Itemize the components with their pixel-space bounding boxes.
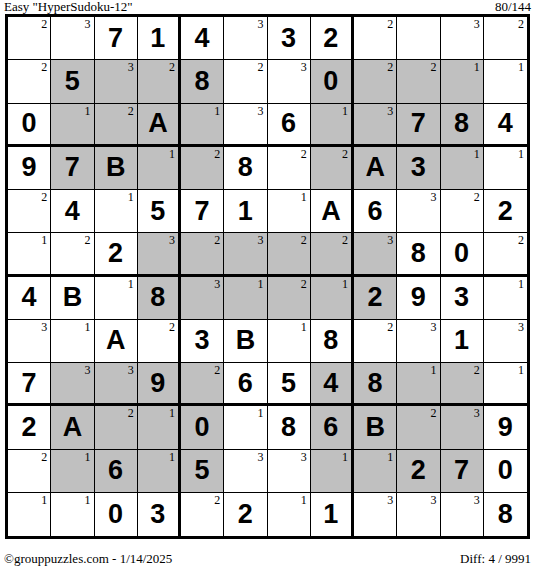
cell-value: 2	[238, 501, 253, 528]
cell-r4c6: 8	[224, 147, 267, 190]
corner-mark: 3	[258, 234, 264, 246]
cell-r7c1: 4	[8, 277, 51, 320]
cell-r9c9: 8	[354, 363, 397, 406]
corner-mark: 1	[258, 407, 264, 419]
corner-mark: 1	[85, 321, 91, 333]
corner-mark: 1	[301, 494, 307, 506]
cell-r12c3: 0	[95, 493, 138, 536]
corner-mark: 2	[41, 451, 47, 463]
cell-r9c4: 9	[138, 363, 181, 406]
cell-r1c8: 2	[311, 17, 354, 60]
cell-r12c4: 3	[138, 493, 181, 536]
corner-mark: 2	[128, 407, 134, 419]
cell-r2c11[interactable]: 1	[441, 60, 484, 103]
cell-value: 4	[323, 370, 338, 397]
cell-r4c4[interactable]: 1	[138, 147, 181, 190]
corner-mark: 3	[258, 451, 264, 463]
cell-r7c12[interactable]: 1	[484, 277, 527, 320]
cell-r7c2: B	[51, 277, 94, 320]
corner-mark: 3	[474, 18, 480, 30]
cell-r12c12: 8	[484, 493, 527, 536]
cell-r7c6[interactable]: 1	[224, 277, 267, 320]
corner-mark: 3	[41, 321, 47, 333]
corner-mark: 2	[301, 148, 307, 160]
corner-mark: 2	[85, 234, 91, 246]
corner-mark: 2	[301, 278, 307, 290]
cell-r11c2[interactable]: 1	[51, 450, 94, 493]
corner-mark: 1	[41, 494, 47, 506]
sudoku-board: 23714332232253282302211012A1361378497B12…	[5, 14, 530, 539]
cell-r12c5[interactable]: 2	[181, 493, 224, 536]
cell-value: 2	[498, 198, 513, 225]
cell-r1c12[interactable]: 2	[484, 17, 527, 60]
corner-mark: 2	[342, 234, 348, 246]
cell-value: 6	[238, 370, 253, 397]
cell-r11c11: 7	[441, 450, 484, 493]
cell-value: 3	[281, 25, 296, 52]
corner-mark: 2	[518, 234, 524, 246]
cell-r8c5: 3	[181, 320, 224, 363]
cell-r2c1[interactable]: 2	[8, 60, 51, 103]
footer: ©grouppuzzles.com - 1/14/2025 Diff: 4 / …	[4, 551, 531, 566]
cell-r8c3: A	[95, 320, 138, 363]
cell-value: 7	[195, 198, 210, 225]
cell-r4c2: 7	[51, 147, 94, 190]
cell-r11c7[interactable]: 3	[268, 450, 311, 493]
cell-value: 8	[323, 327, 338, 354]
cell-r4c7[interactable]: 2	[268, 147, 311, 190]
cell-r1c4: 1	[138, 17, 181, 60]
cell-value: 0	[498, 457, 513, 484]
cell-r8c2[interactable]: 1	[51, 320, 94, 363]
cell-r4c9: A	[354, 147, 397, 190]
cell-value: A	[365, 154, 385, 181]
corner-mark: 1	[41, 234, 47, 246]
cell-value: 5	[65, 68, 80, 95]
cell-value: A	[321, 198, 341, 225]
cell-r5c1[interactable]: 2	[8, 190, 51, 233]
cell-value: 8	[238, 154, 253, 181]
cell-r11c8[interactable]: 1	[311, 450, 354, 493]
cell-r6c3: 2	[95, 233, 138, 276]
cell-r4c3: B	[95, 147, 138, 190]
cell-value: 8	[411, 240, 426, 267]
cell-value: 7	[108, 25, 123, 52]
cell-r3c7: 6	[268, 104, 311, 147]
corner-mark: 2	[169, 61, 175, 73]
cell-r12c1[interactable]: 1	[8, 493, 51, 536]
corner-mark: 2	[41, 61, 47, 73]
cell-r6c2[interactable]: 2	[51, 233, 94, 276]
cell-r8c1[interactable]: 3	[8, 320, 51, 363]
puzzle-title: Easy "HyperSudoku-12"	[4, 0, 133, 13]
corner-mark: 1	[128, 191, 134, 203]
cell-r10c6[interactable]: 1	[224, 406, 267, 449]
corner-mark: 1	[301, 191, 307, 203]
cell-value: 7	[65, 154, 80, 181]
corner-mark: 1	[518, 364, 524, 376]
cell-r1c2[interactable]: 3	[51, 17, 94, 60]
cell-r3c2[interactable]: 1	[51, 104, 94, 147]
cell-r8c6: B	[224, 320, 267, 363]
cell-r6c6[interactable]: 3	[224, 233, 267, 276]
cell-value: 9	[498, 414, 513, 441]
cell-r3c6[interactable]: 3	[224, 104, 267, 147]
difficulty-label: Diff: 4 / 9991	[460, 551, 531, 566]
cell-value: 0	[195, 414, 210, 441]
cell-r8c4[interactable]: 2	[138, 320, 181, 363]
cell-value: 5	[195, 457, 210, 484]
corner-mark: 3	[387, 494, 393, 506]
cell-r12c10[interactable]: 3	[397, 493, 440, 536]
cell-value: 0	[454, 240, 469, 267]
corner-mark: 1	[214, 105, 220, 117]
cell-r10c7: 8	[268, 406, 311, 449]
cell-r1c1[interactable]: 2	[8, 17, 51, 60]
corner-mark: 1	[431, 364, 437, 376]
cell-r6c10: 8	[397, 233, 440, 276]
cell-r3c3[interactable]: 2	[95, 104, 138, 147]
cell-r6c11: 0	[441, 233, 484, 276]
copyright-date: ©grouppuzzles.com - 1/14/2025	[4, 551, 172, 566]
cell-r12c7[interactable]: 1	[268, 493, 311, 536]
corner-mark: 1	[258, 278, 264, 290]
cell-value: 9	[150, 370, 165, 397]
cell-value: 2	[22, 414, 37, 441]
corner-mark: 3	[169, 234, 175, 246]
cell-r4c12[interactable]: 1	[484, 147, 527, 190]
cell-r7c7[interactable]: 2	[268, 277, 311, 320]
corner-mark: 3	[128, 61, 134, 73]
cell-value: 0	[323, 68, 338, 95]
cell-r7c9: 2	[354, 277, 397, 320]
cell-value: A	[148, 110, 168, 137]
cell-r6c4[interactable]: 3	[138, 233, 181, 276]
corner-mark: 1	[85, 451, 91, 463]
cell-r3c10: 7	[397, 104, 440, 147]
cell-value: 8	[150, 284, 165, 311]
remaining-counter: 80/144	[495, 0, 531, 13]
header: Easy "HyperSudoku-12" 80/144	[4, 0, 531, 13]
corner-mark: 2	[387, 61, 393, 73]
cell-value: 4	[498, 110, 513, 137]
cell-r3c9[interactable]: 3	[354, 104, 397, 147]
cell-r10c3[interactable]: 2	[95, 406, 138, 449]
cell-r8c12[interactable]: 3	[484, 320, 527, 363]
corner-mark: 3	[214, 278, 220, 290]
cell-r10c9: B	[354, 406, 397, 449]
cell-r12c2[interactable]: 1	[51, 493, 94, 536]
corner-mark: 2	[41, 191, 47, 203]
cell-value: B	[236, 327, 256, 354]
corner-mark: 2	[301, 234, 307, 246]
corner-mark: 1	[342, 278, 348, 290]
cell-r3c11: 8	[441, 104, 484, 147]
corner-mark: 3	[474, 494, 480, 506]
cell-value: 6	[323, 414, 338, 441]
cell-r7c3[interactable]: 1	[95, 277, 138, 320]
corner-mark: 1	[301, 321, 307, 333]
corner-mark: 3	[431, 494, 437, 506]
cell-r5c5: 7	[181, 190, 224, 233]
cell-r9c12[interactable]: 1	[484, 363, 527, 406]
cell-r9c11[interactable]: 2	[441, 363, 484, 406]
cell-r5c9: 6	[354, 190, 397, 233]
corner-mark: 2	[342, 148, 348, 160]
cell-r5c11[interactable]: 2	[441, 190, 484, 233]
cell-r11c4[interactable]: 1	[138, 450, 181, 493]
cell-r2c9[interactable]: 2	[354, 60, 397, 103]
corner-mark: 2	[214, 234, 220, 246]
cell-r9c1: 7	[8, 363, 51, 406]
cell-r5c8: A	[311, 190, 354, 233]
cell-r11c3: 6	[95, 450, 138, 493]
corner-mark: 2	[387, 321, 393, 333]
cell-r1c10[interactable]	[397, 17, 440, 60]
cell-value: 2	[411, 457, 426, 484]
corner-mark: 2	[258, 61, 264, 73]
corner-mark: 2	[214, 148, 220, 160]
cell-r6c9[interactable]: 3	[354, 233, 397, 276]
cell-r9c2[interactable]: 3	[51, 363, 94, 406]
cell-value: 6	[108, 457, 123, 484]
corner-mark: 2	[169, 321, 175, 333]
cell-value: 2	[323, 25, 338, 52]
cell-r10c10[interactable]: 2	[397, 406, 440, 449]
cell-r11c1[interactable]: 2	[8, 450, 51, 493]
cell-value: 3	[195, 327, 210, 354]
corner-mark: 3	[301, 451, 307, 463]
corner-mark: 1	[169, 148, 175, 160]
cell-r9c7: 5	[268, 363, 311, 406]
cell-r2c3[interactable]: 3	[95, 60, 138, 103]
cell-r1c5: 4	[181, 17, 224, 60]
cell-r5c7[interactable]: 1	[268, 190, 311, 233]
corner-mark: 1	[518, 61, 524, 73]
corner-mark: 3	[85, 18, 91, 30]
cell-r11c12: 0	[484, 450, 527, 493]
cell-r12c6: 2	[224, 493, 267, 536]
corner-mark: 2	[431, 407, 437, 419]
cell-value: 0	[108, 501, 123, 528]
cell-value: 3	[411, 154, 426, 181]
cell-value: 9	[22, 154, 37, 181]
cell-r8c7[interactable]: 1	[268, 320, 311, 363]
cell-r10c1: 2	[8, 406, 51, 449]
cell-r3c12: 4	[484, 104, 527, 147]
cell-r2c2: 5	[51, 60, 94, 103]
cell-r1c7: 3	[268, 17, 311, 60]
cell-r5c12: 2	[484, 190, 527, 233]
cell-r10c5: 0	[181, 406, 224, 449]
cell-r1c6[interactable]: 3	[224, 17, 267, 60]
cell-value: 5	[150, 198, 165, 225]
cell-r5c6: 1	[224, 190, 267, 233]
cell-r2c7[interactable]: 3	[268, 60, 311, 103]
corner-mark: 1	[474, 148, 480, 160]
corner-mark: 3	[431, 321, 437, 333]
cell-value: 8	[368, 370, 383, 397]
corner-mark: 2	[431, 61, 437, 73]
cell-value: 1	[150, 25, 165, 52]
cell-r7c5[interactable]: 3	[181, 277, 224, 320]
cell-r12c8: 1	[311, 493, 354, 536]
cell-value: 1	[323, 501, 338, 528]
corner-mark: 3	[128, 364, 134, 376]
cell-value: 2	[368, 284, 383, 311]
corner-mark: 3	[387, 105, 393, 117]
cell-value: 4	[22, 284, 37, 311]
cell-r6c5[interactable]: 2	[181, 233, 224, 276]
cell-r4c5[interactable]: 2	[181, 147, 224, 190]
corner-mark: 2	[518, 18, 524, 30]
corner-mark: 1	[85, 494, 91, 506]
cell-r6c12[interactable]: 2	[484, 233, 527, 276]
corner-mark: 3	[301, 61, 307, 73]
cell-r6c8[interactable]: 2	[311, 233, 354, 276]
cell-r2c4[interactable]: 2	[138, 60, 181, 103]
cell-value: 7	[22, 370, 37, 397]
cell-value: 6	[281, 110, 296, 137]
cell-value: 0	[22, 110, 37, 137]
cell-r10c2: A	[51, 406, 94, 449]
cell-r6c1[interactable]: 1	[8, 233, 51, 276]
cell-r11c10: 2	[397, 450, 440, 493]
cell-value: A	[63, 414, 83, 441]
corner-mark: 2	[214, 494, 220, 506]
cell-r9c6: 6	[224, 363, 267, 406]
corner-mark: 3	[258, 18, 264, 30]
cell-value: B	[106, 154, 126, 181]
corner-mark: 3	[518, 321, 524, 333]
corner-mark: 3	[387, 234, 393, 246]
cell-r3c8[interactable]: 1	[311, 104, 354, 147]
cell-r8c9[interactable]: 2	[354, 320, 397, 363]
cell-value: B	[63, 284, 83, 311]
cell-r2c5: 8	[181, 60, 224, 103]
cell-r9c3[interactable]: 3	[95, 363, 138, 406]
cell-value: 2	[108, 240, 123, 267]
cell-r10c12: 9	[484, 406, 527, 449]
corner-mark: 3	[431, 191, 437, 203]
cell-value: 8	[454, 110, 469, 137]
cell-value: 4	[195, 25, 210, 52]
cell-value: 7	[454, 457, 469, 484]
cell-r7c10: 9	[397, 277, 440, 320]
cell-r9c8: 4	[311, 363, 354, 406]
cell-r4c1: 9	[8, 147, 51, 190]
cell-r7c8[interactable]: 1	[311, 277, 354, 320]
cell-r6c7[interactable]: 2	[268, 233, 311, 276]
cell-r11c5: 5	[181, 450, 224, 493]
corner-mark: 1	[342, 451, 348, 463]
cell-value: A	[106, 327, 126, 354]
cell-r5c3[interactable]: 1	[95, 190, 138, 233]
cell-r4c11[interactable]: 1	[441, 147, 484, 190]
cell-r9c5[interactable]: 2	[181, 363, 224, 406]
cell-r8c8: 8	[311, 320, 354, 363]
corner-mark: 2	[387, 18, 393, 30]
corner-mark: 1	[518, 148, 524, 160]
cell-r11c6[interactable]: 3	[224, 450, 267, 493]
cell-r8c11: 1	[441, 320, 484, 363]
cell-r3c1: 0	[8, 104, 51, 147]
cell-value: 8	[195, 68, 210, 95]
cell-r2c8: 0	[311, 60, 354, 103]
corner-mark: 3	[258, 105, 264, 117]
corner-mark: 3	[85, 364, 91, 376]
corner-mark: 3	[474, 407, 480, 419]
cell-r8c10[interactable]: 3	[397, 320, 440, 363]
cell-value: 8	[498, 501, 513, 528]
corner-mark: 1	[169, 407, 175, 419]
cell-r10c4[interactable]: 1	[138, 406, 181, 449]
cell-value: 4	[65, 198, 80, 225]
cell-r3c4: A	[138, 104, 181, 147]
corner-mark: 1	[169, 451, 175, 463]
corner-mark: 1	[128, 278, 134, 290]
puzzle-page: Easy "HyperSudoku-12" 80/144 23714332232…	[0, 0, 535, 569]
corner-mark: 2	[214, 364, 220, 376]
corner-mark: 2	[128, 105, 134, 117]
cell-r7c4: 8	[138, 277, 181, 320]
cell-r2c6[interactable]: 2	[224, 60, 267, 103]
cell-r4c10: 3	[397, 147, 440, 190]
cell-r1c11[interactable]: 3	[441, 17, 484, 60]
cell-r11c9[interactable]: 1	[354, 450, 397, 493]
corner-mark: 1	[387, 451, 393, 463]
cell-value: 7	[411, 110, 426, 137]
cell-r10c8: 6	[311, 406, 354, 449]
cell-value: 3	[150, 501, 165, 528]
corner-mark: 2	[474, 191, 480, 203]
cell-r10c11[interactable]: 3	[441, 406, 484, 449]
corner-mark: 1	[342, 105, 348, 117]
corner-mark: 1	[85, 105, 91, 117]
cell-value: 3	[454, 284, 469, 311]
cell-r7c11: 3	[441, 277, 484, 320]
corner-mark: 2	[474, 364, 480, 376]
corner-mark: 1	[518, 278, 524, 290]
cell-value: B	[365, 414, 385, 441]
cell-value: 1	[454, 327, 469, 354]
corner-mark: 2	[41, 18, 47, 30]
cell-r9c10[interactable]: 1	[397, 363, 440, 406]
cell-value: 8	[281, 414, 296, 441]
cell-r2c10[interactable]: 2	[397, 60, 440, 103]
cell-r12c9[interactable]: 3	[354, 493, 397, 536]
cell-r4c8[interactable]: 2	[311, 147, 354, 190]
cell-r1c9[interactable]: 2	[354, 17, 397, 60]
cell-r5c2: 4	[51, 190, 94, 233]
cell-r5c4: 5	[138, 190, 181, 233]
cell-value: 1	[238, 198, 253, 225]
corner-mark: 1	[474, 61, 480, 73]
cell-r5c10[interactable]: 3	[397, 190, 440, 233]
cell-r3c5[interactable]: 1	[181, 104, 224, 147]
cell-value: 5	[281, 370, 296, 397]
cell-value: 6	[368, 198, 383, 225]
cell-r12c11[interactable]: 3	[441, 493, 484, 536]
cell-r2c12[interactable]: 1	[484, 60, 527, 103]
cell-value: 9	[411, 284, 426, 311]
cell-r1c3: 7	[95, 17, 138, 60]
